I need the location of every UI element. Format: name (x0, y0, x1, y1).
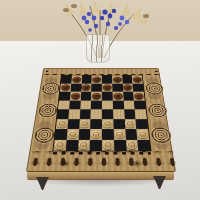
star-motif: ✳ (132, 159, 142, 168)
light-checker-piece[interactable]: ⛀ (114, 130, 124, 138)
board-square-r3c6[interactable]: ⛂ (112, 92, 123, 101)
board-square-r3c5[interactable] (102, 92, 113, 101)
dark-checker-piece[interactable]: ⛂ (134, 93, 144, 100)
light-checker-piece[interactable]: ⛀ (91, 130, 101, 138)
board-square-r1c3[interactable] (81, 75, 91, 83)
board-square-r1c7[interactable] (122, 75, 133, 83)
board-square-r7c1[interactable] (55, 129, 68, 140)
board-square-r7c3[interactable] (78, 129, 90, 140)
board-square-r4c7[interactable] (123, 100, 135, 109)
dark-checker-piece[interactable]: ⛂ (103, 84, 112, 90)
bottom-dot-strip (53, 152, 151, 154)
board-square-r4c6[interactable] (113, 100, 124, 109)
board-square-r4c8[interactable] (134, 100, 146, 109)
board-square-r5c8[interactable] (135, 109, 147, 119)
stems-in-water (90, 35, 106, 62)
board-square-r7c4[interactable]: ⛀ (90, 129, 102, 140)
dark-checker-piece[interactable]: ⛂ (113, 76, 122, 82)
board-square-r7c2[interactable]: ⛀ (66, 129, 78, 140)
board-square-r6c2[interactable] (67, 119, 79, 129)
board-square-r4c4[interactable] (91, 100, 102, 109)
light-checker-piece[interactable]: ⛀ (67, 130, 78, 138)
board-square-r2c3[interactable]: ⛂ (81, 83, 92, 91)
light-checker-piece[interactable]: ⛀ (79, 141, 90, 149)
board-square-r1c8[interactable]: ⛂ (132, 75, 143, 83)
board-square-r8c5[interactable]: ⛀ (102, 139, 114, 150)
board-square-r3c1[interactable] (59, 92, 70, 101)
dark-checker-piece[interactable]: ⛂ (72, 76, 81, 82)
board-square-r7c7[interactable] (125, 129, 137, 140)
board-square-r2c6[interactable] (112, 83, 123, 91)
dark-checker-piece[interactable]: ⛂ (82, 84, 91, 90)
board-square-r8c4[interactable] (90, 139, 102, 150)
light-checker-piece[interactable]: ⛀ (103, 141, 113, 149)
board-square-r1c5[interactable] (102, 75, 112, 83)
dark-checker-piece[interactable]: ⛂ (92, 93, 101, 100)
corner-dot (155, 71, 158, 73)
light-checker-piece[interactable]: ⛀ (57, 120, 68, 128)
board-square-r2c5[interactable]: ⛂ (102, 83, 112, 91)
dark-checker-piece[interactable]: ⛂ (71, 93, 81, 100)
checkers-board: ✳ ✳ ⛂⛂⛂⛂⛂⛂⛂⛂⛂⛂⛂⛂⛀⛀⛀⛀⛀⛀⛀⛀⛀⛀⛀⛀ (26, 68, 176, 172)
board-square-r1c6[interactable]: ⛂ (112, 75, 122, 83)
board-square-r1c2[interactable]: ⛂ (71, 75, 82, 83)
board-square-r2c8[interactable] (133, 83, 144, 91)
board-square-r5c2[interactable] (68, 109, 80, 119)
board-square-r2c7[interactable]: ⛂ (122, 83, 133, 91)
photo-scene: ✳ ✳ ⛂⛂⛂⛂⛂⛂⛂⛂⛂⛂⛂⛂⛀⛀⛀⛀⛀⛀⛀⛀⛀⛀⛀⛀ (0, 0, 200, 200)
board-square-r4c5[interactable] (102, 100, 113, 109)
board-square-r5c1[interactable] (57, 109, 69, 119)
dark-checker-piece[interactable]: ⛂ (123, 84, 132, 90)
board-square-r5c3[interactable] (79, 109, 90, 119)
board-square-r1c4[interactable]: ⛂ (92, 75, 102, 83)
light-checker-piece[interactable]: ⛀ (125, 120, 135, 128)
board-square-r6c6[interactable] (113, 119, 125, 129)
board-square-r4c3[interactable] (80, 100, 91, 109)
dark-checker-piece[interactable]: ⛂ (113, 93, 122, 100)
light-checker-piece[interactable]: ⛀ (103, 120, 113, 128)
board-square-r2c1[interactable]: ⛂ (60, 83, 71, 91)
dark-checker-piece[interactable]: ⛂ (133, 76, 142, 82)
bottom-border-frieze (27, 151, 177, 173)
board-grid: ⛂⛂⛂⛂⛂⛂⛂⛂⛂⛂⛂⛂⛀⛀⛀⛀⛀⛀⛀⛀⛀⛀⛀⛀ (52, 75, 151, 151)
board-square-r5c5[interactable] (102, 109, 113, 119)
board-square-r8c2[interactable] (66, 139, 79, 150)
board-square-r7c8[interactable]: ⛀ (136, 129, 149, 140)
board-square-r3c2[interactable]: ⛂ (70, 92, 81, 101)
board-square-r3c7[interactable] (123, 92, 134, 101)
board-shadow (30, 179, 171, 186)
board-square-r7c5[interactable] (102, 129, 114, 140)
medallion-motif (145, 82, 164, 94)
board-square-r6c7[interactable]: ⛀ (124, 119, 136, 129)
board-square-r8c6[interactable] (114, 139, 126, 150)
board-square-r4c1[interactable] (58, 100, 70, 109)
board-square-r5c4[interactable] (91, 109, 102, 119)
dark-checker-piece[interactable]: ⛂ (92, 76, 101, 82)
board-square-r6c8[interactable] (136, 119, 148, 129)
board-square-r6c3[interactable]: ⛀ (79, 119, 91, 129)
board-square-r6c1[interactable]: ⛀ (56, 119, 68, 129)
board-square-r2c2[interactable] (70, 83, 81, 91)
board-square-r3c3[interactable] (80, 92, 91, 101)
board-square-r3c8[interactable]: ⛂ (133, 92, 144, 101)
board-square-r5c7[interactable] (124, 109, 136, 119)
board-square-r7c6[interactable]: ⛀ (113, 129, 125, 140)
board-square-r2c4[interactable] (91, 83, 101, 91)
board-square-r3c4[interactable]: ⛂ (91, 92, 102, 101)
dark-checker-piece[interactable]: ⛂ (61, 84, 71, 90)
board-square-r6c5[interactable]: ⛀ (102, 119, 114, 129)
board-square-r8c1[interactable]: ⛀ (53, 139, 66, 150)
board-square-r8c3[interactable]: ⛀ (78, 139, 90, 150)
board-carved-frame: ✳ ✳ ⛂⛂⛂⛂⛂⛂⛂⛂⛂⛂⛂⛂⛀⛀⛀⛀⛀⛀⛀⛀⛀⛀⛀⛀ (26, 68, 176, 172)
board-square-r5c6[interactable] (113, 109, 125, 119)
corner-dot (46, 71, 49, 73)
light-checker-piece[interactable]: ⛀ (54, 141, 65, 149)
light-checker-piece[interactable]: ⛀ (80, 120, 90, 128)
board-square-r1c1[interactable] (61, 75, 72, 83)
board-square-r6c4[interactable] (90, 119, 102, 129)
glass-vase (86, 34, 110, 63)
board-square-r8c8[interactable] (137, 139, 150, 150)
light-checker-piece[interactable]: ⛀ (137, 130, 148, 138)
board-square-r8c7[interactable]: ⛀ (126, 139, 139, 150)
light-checker-piece[interactable]: ⛀ (126, 141, 137, 149)
board-square-r4c2[interactable] (69, 100, 80, 109)
star-motif: ✳ (60, 159, 70, 168)
